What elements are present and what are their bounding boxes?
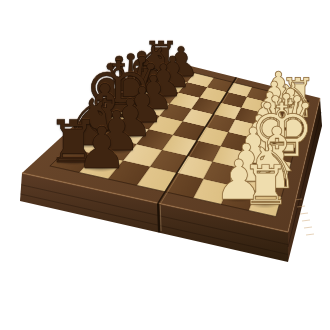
- chess-set-photo: ♜♞♝♛♚♝♞♜♟♟♟♟♟♟♟♟♟♟♟♟♟♟♟♟♜♞♝♛♚♝♞♜: [0, 0, 330, 330]
- finger-joint-line: [304, 227, 312, 228]
- finger-joint-line: [300, 213, 308, 214]
- finger-joint-line: [306, 234, 314, 235]
- finger-joint-line: [302, 220, 310, 221]
